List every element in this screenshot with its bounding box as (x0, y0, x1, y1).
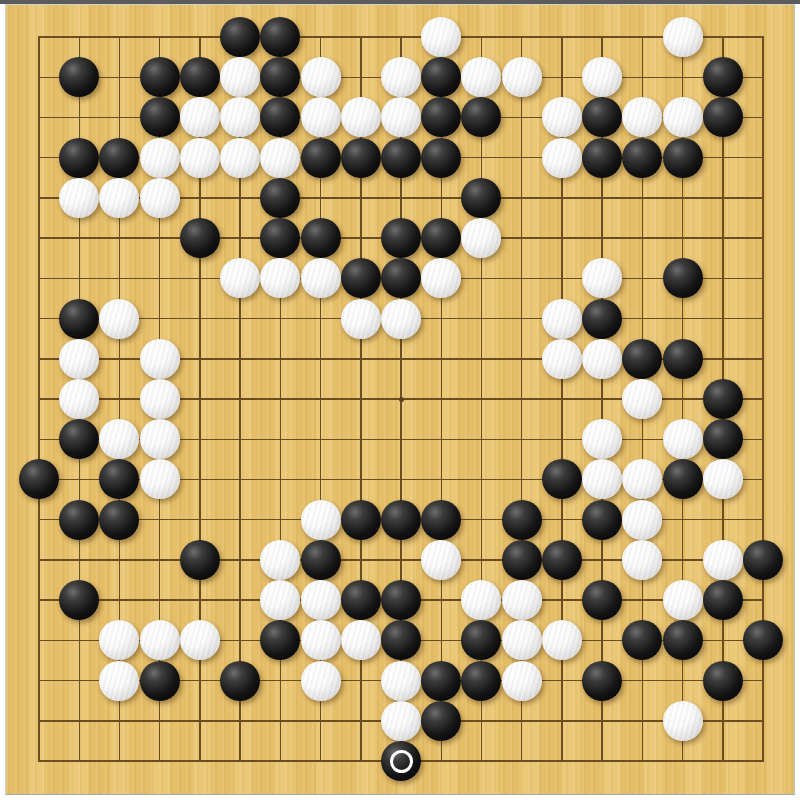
white-stone[interactable] (381, 299, 421, 339)
white-stone[interactable] (622, 500, 662, 540)
black-stone[interactable] (381, 741, 421, 781)
black-stone[interactable] (663, 459, 703, 499)
white-stone[interactable] (542, 299, 582, 339)
black-stone[interactable] (180, 218, 220, 258)
black-stone[interactable] (703, 57, 743, 97)
black-stone[interactable] (180, 57, 220, 97)
white-stone[interactable] (582, 57, 622, 97)
white-stone[interactable] (703, 540, 743, 580)
black-stone[interactable] (260, 178, 300, 218)
white-stone[interactable] (421, 17, 461, 57)
white-stone[interactable] (381, 661, 421, 701)
black-stone[interactable] (421, 661, 461, 701)
white-stone[interactable] (663, 419, 703, 459)
black-stone[interactable] (703, 580, 743, 620)
white-stone[interactable] (622, 540, 662, 580)
white-stone[interactable] (140, 459, 180, 499)
black-stone[interactable] (421, 500, 461, 540)
white-stone[interactable] (301, 580, 341, 620)
white-stone[interactable] (582, 339, 622, 379)
black-stone[interactable] (582, 299, 622, 339)
black-stone[interactable] (703, 379, 743, 419)
white-stone[interactable] (99, 299, 139, 339)
white-stone[interactable] (663, 701, 703, 741)
black-stone[interactable] (341, 258, 381, 298)
black-stone[interactable] (381, 218, 421, 258)
black-stone[interactable] (220, 661, 260, 701)
black-stone[interactable] (622, 339, 662, 379)
white-stone[interactable] (301, 258, 341, 298)
white-stone[interactable] (381, 57, 421, 97)
white-stone[interactable] (140, 339, 180, 379)
black-stone[interactable] (59, 580, 99, 620)
black-stone[interactable] (663, 620, 703, 660)
white-stone[interactable] (180, 620, 220, 660)
white-stone[interactable] (140, 138, 180, 178)
black-stone[interactable] (341, 580, 381, 620)
black-stone[interactable] (582, 138, 622, 178)
white-stone[interactable] (341, 97, 381, 137)
black-stone[interactable] (582, 580, 622, 620)
black-stone[interactable] (622, 138, 662, 178)
white-stone[interactable] (180, 138, 220, 178)
white-stone[interactable] (381, 701, 421, 741)
black-stone[interactable] (421, 138, 461, 178)
white-stone[interactable] (140, 178, 180, 218)
white-stone[interactable] (703, 459, 743, 499)
white-stone[interactable] (140, 419, 180, 459)
white-stone[interactable] (301, 661, 341, 701)
black-stone[interactable] (421, 701, 461, 741)
white-stone[interactable] (663, 97, 703, 137)
white-stone[interactable] (140, 620, 180, 660)
black-stone[interactable] (301, 138, 341, 178)
white-stone[interactable] (301, 500, 341, 540)
white-stone[interactable] (341, 620, 381, 660)
black-stone[interactable] (582, 661, 622, 701)
black-stone[interactable] (59, 138, 99, 178)
black-stone[interactable] (220, 17, 260, 57)
white-stone[interactable] (301, 97, 341, 137)
white-stone[interactable] (502, 580, 542, 620)
black-stone[interactable] (140, 57, 180, 97)
black-stone[interactable] (663, 258, 703, 298)
white-stone[interactable] (220, 138, 260, 178)
black-stone[interactable] (502, 540, 542, 580)
white-stone[interactable] (260, 540, 300, 580)
black-stone[interactable] (301, 218, 341, 258)
black-stone[interactable] (341, 138, 381, 178)
black-stone[interactable] (461, 661, 501, 701)
white-stone[interactable] (663, 17, 703, 57)
white-stone[interactable] (542, 620, 582, 660)
white-stone[interactable] (582, 419, 622, 459)
white-stone[interactable] (542, 339, 582, 379)
white-stone[interactable] (260, 138, 300, 178)
black-stone[interactable] (341, 500, 381, 540)
black-stone[interactable] (140, 661, 180, 701)
black-stone[interactable] (99, 138, 139, 178)
go-board-frame (5, 4, 795, 795)
black-stone[interactable] (180, 540, 220, 580)
white-stone[interactable] (502, 57, 542, 97)
white-stone[interactable] (502, 620, 542, 660)
black-stone[interactable] (140, 97, 180, 137)
black-stone[interactable] (381, 580, 421, 620)
white-stone[interactable] (99, 661, 139, 701)
black-stone[interactable] (703, 97, 743, 137)
black-stone[interactable] (301, 540, 341, 580)
white-stone[interactable] (663, 580, 703, 620)
black-stone[interactable] (381, 138, 421, 178)
white-stone[interactable] (301, 57, 341, 97)
black-stone[interactable] (502, 500, 542, 540)
black-stone[interactable] (703, 661, 743, 701)
black-stone[interactable] (99, 500, 139, 540)
white-stone[interactable] (220, 57, 260, 97)
black-stone[interactable] (663, 339, 703, 379)
star-point (399, 397, 404, 402)
black-stone[interactable] (663, 138, 703, 178)
black-stone[interactable] (421, 218, 461, 258)
black-stone[interactable] (542, 540, 582, 580)
white-stone[interactable] (502, 661, 542, 701)
board-top-edge (0, 0, 800, 4)
black-stone[interactable] (59, 299, 99, 339)
black-stone[interactable] (582, 500, 622, 540)
white-stone[interactable] (421, 540, 461, 580)
white-stone[interactable] (542, 138, 582, 178)
white-stone[interactable] (59, 339, 99, 379)
white-stone[interactable] (140, 379, 180, 419)
white-stone[interactable] (59, 178, 99, 218)
black-stone[interactable] (743, 540, 783, 580)
black-stone[interactable] (703, 419, 743, 459)
white-stone[interactable] (301, 620, 341, 660)
white-stone[interactable] (59, 379, 99, 419)
last-move-marker (390, 750, 413, 773)
black-stone[interactable] (381, 500, 421, 540)
white-stone[interactable] (341, 299, 381, 339)
black-stone[interactable] (59, 500, 99, 540)
